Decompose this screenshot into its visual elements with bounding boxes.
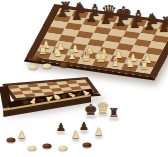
chess-piece-dark-pawn: ♟ — [56, 122, 66, 133]
piece-ground-shadow — [80, 130, 89, 133]
piece-ground-shadow — [72, 138, 80, 141]
chess-piece-dark-rook: ♜ — [109, 107, 120, 119]
checkers-disc-light — [59, 146, 68, 151]
piece-ground-shadow — [85, 115, 97, 118]
chess-piece-light-pawn: ♟ — [72, 130, 81, 140]
chess-piece-light-pawn: ♟ — [95, 127, 104, 137]
piece-ground-shadow — [95, 135, 103, 138]
photo-folded-box: ♞♟♝♟♞♟♝♟♟ ♟♟♟♟♟♚♛♜ — [0, 0, 168, 157]
chess-piece-light-queen: ♛ — [96, 101, 109, 116]
piece-ground-shadow — [109, 117, 119, 120]
chess-piece-light-pawn: ♟ — [18, 130, 27, 140]
checkers-disc-dark — [7, 138, 16, 143]
checkers-disc-light — [28, 146, 37, 151]
product-photo-canvas: ♜♞♝♛♚♝♞♜♟♟♟♟♟♟♟♟♟♟♟♟♟♟♟♟♜♞♝♛♚♝♞♜ ♞♟♝♟♞♟♝… — [0, 0, 168, 157]
piece-ground-shadow — [97, 113, 109, 116]
chess-piece-dark-pawn: ♟ — [79, 121, 89, 132]
piece-ground-shadow — [57, 131, 66, 134]
piece-ground-shadow — [18, 138, 26, 141]
checkers-disc-dark — [83, 143, 92, 148]
checkers-disc-dark — [43, 144, 52, 149]
